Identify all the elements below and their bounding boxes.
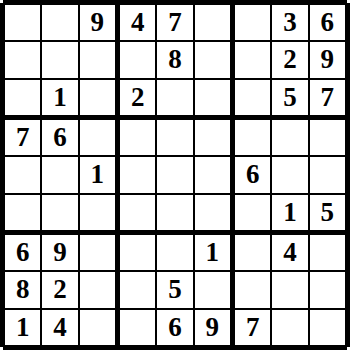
cell-r5c3[interactable]: 1 xyxy=(80,157,115,192)
cell-r3c8[interactable]: 5 xyxy=(272,80,307,115)
cell-r1c9[interactable]: 6 xyxy=(310,5,345,40)
cell-r3c2[interactable]: 1 xyxy=(42,80,77,115)
cell-r4c4[interactable] xyxy=(120,120,155,155)
cell-r4c5[interactable] xyxy=(157,120,192,155)
cell-r7c1[interactable]: 6 xyxy=(5,235,40,270)
cell-r8c6[interactable] xyxy=(195,272,230,307)
cell-r3c7[interactable] xyxy=(235,80,270,115)
cell-r2c7[interactable] xyxy=(235,42,270,77)
cell-r8c4[interactable] xyxy=(120,272,155,307)
cell-r6c3[interactable] xyxy=(80,195,115,230)
cell-r4c9[interactable] xyxy=(310,120,345,155)
cell-r7c8[interactable]: 4 xyxy=(272,235,307,270)
cell-r5c9[interactable] xyxy=(310,157,345,192)
cell-r5c7[interactable]: 6 xyxy=(235,157,270,192)
cell-r7c2[interactable]: 9 xyxy=(42,235,77,270)
cell-r5c5[interactable] xyxy=(157,157,192,192)
cell-r8c1[interactable]: 8 xyxy=(5,272,40,307)
cell-r9c4[interactable] xyxy=(120,310,155,345)
cell-r1c2[interactable] xyxy=(42,5,77,40)
cell-r3c1[interactable] xyxy=(5,80,40,115)
cell-r8c7[interactable] xyxy=(235,272,270,307)
cell-r9c2[interactable]: 4 xyxy=(42,310,77,345)
cell-r3c6[interactable] xyxy=(195,80,230,115)
cell-r7c5[interactable] xyxy=(157,235,192,270)
cell-r7c4[interactable] xyxy=(120,235,155,270)
cell-r2c4[interactable] xyxy=(120,42,155,77)
cell-r1c8[interactable]: 3 xyxy=(272,5,307,40)
cell-r8c9[interactable] xyxy=(310,272,345,307)
corner-notch-top-left xyxy=(0,0,3,3)
cell-r1c7[interactable] xyxy=(235,5,270,40)
cell-r6c4[interactable] xyxy=(120,195,155,230)
cell-r9c8[interactable] xyxy=(272,310,307,345)
cell-r8c5[interactable]: 5 xyxy=(157,272,192,307)
cell-r2c6[interactable] xyxy=(195,42,230,77)
cell-r2c9[interactable]: 9 xyxy=(310,42,345,77)
cell-r3c5[interactable] xyxy=(157,80,192,115)
cell-r4c8[interactable] xyxy=(272,120,307,155)
cell-r4c7[interactable] xyxy=(235,120,270,155)
cell-r5c4[interactable] xyxy=(120,157,155,192)
cell-r1c5[interactable]: 7 xyxy=(157,5,192,40)
cell-r8c2[interactable]: 2 xyxy=(42,272,77,307)
cell-r4c3[interactable] xyxy=(80,120,115,155)
cell-r6c9[interactable]: 5 xyxy=(310,195,345,230)
cell-r5c8[interactable] xyxy=(272,157,307,192)
cell-r5c1[interactable] xyxy=(5,157,40,192)
cell-r9c3[interactable] xyxy=(80,310,115,345)
cell-r5c6[interactable] xyxy=(195,157,230,192)
cell-r7c3[interactable] xyxy=(80,235,115,270)
cell-r1c3[interactable]: 9 xyxy=(80,5,115,40)
cell-r6c1[interactable] xyxy=(5,195,40,230)
cell-r8c8[interactable] xyxy=(272,272,307,307)
cell-r9c1[interactable]: 1 xyxy=(5,310,40,345)
cell-r6c5[interactable] xyxy=(157,195,192,230)
cell-r3c3[interactable] xyxy=(80,80,115,115)
cell-r3c9[interactable]: 7 xyxy=(310,80,345,115)
cell-r9c6[interactable]: 9 xyxy=(195,310,230,345)
cell-r7c6[interactable]: 1 xyxy=(195,235,230,270)
cell-r3c4[interactable]: 2 xyxy=(120,80,155,115)
cell-r4c1[interactable]: 7 xyxy=(5,120,40,155)
cell-r9c5[interactable]: 6 xyxy=(157,310,192,345)
cell-r2c5[interactable]: 8 xyxy=(157,42,192,77)
cell-r6c6[interactable] xyxy=(195,195,230,230)
sudoku-puzzle: 947368291257761615691482514697 xyxy=(0,0,350,350)
cell-r7c9[interactable] xyxy=(310,235,345,270)
cell-r2c8[interactable]: 2 xyxy=(272,42,307,77)
cell-r2c1[interactable] xyxy=(5,42,40,77)
cell-r1c1[interactable] xyxy=(5,5,40,40)
cell-r7c7[interactable] xyxy=(235,235,270,270)
cell-r6c2[interactable] xyxy=(42,195,77,230)
cell-r9c9[interactable] xyxy=(310,310,345,345)
cell-r4c6[interactable] xyxy=(195,120,230,155)
cell-r4c2[interactable]: 6 xyxy=(42,120,77,155)
cell-r8c3[interactable] xyxy=(80,272,115,307)
cell-r1c6[interactable] xyxy=(195,5,230,40)
cell-r2c3[interactable] xyxy=(80,42,115,77)
cell-r6c7[interactable] xyxy=(235,195,270,230)
sudoku-board: 947368291257761615691482514697 xyxy=(0,0,350,350)
cell-r5c2[interactable] xyxy=(42,157,77,192)
cell-r2c2[interactable] xyxy=(42,42,77,77)
cell-r9c7[interactable]: 7 xyxy=(235,310,270,345)
cell-r1c4[interactable]: 4 xyxy=(120,5,155,40)
cell-r6c8[interactable]: 1 xyxy=(272,195,307,230)
